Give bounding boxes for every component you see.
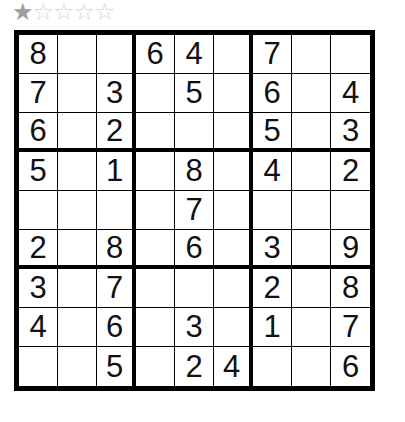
sudoku-cell[interactable] [331,35,370,74]
sudoku-cell[interactable] [97,191,136,230]
sudoku-cell[interactable] [253,191,292,230]
sudoku-cell[interactable]: 8 [175,152,214,191]
star-filled-icon: ★ [12,0,33,27]
sudoku-cell[interactable] [214,191,253,230]
sudoku-cell[interactable]: 3 [97,74,136,113]
sudoku-cell[interactable]: 4 [331,74,370,113]
sudoku-cell[interactable] [58,230,97,269]
sudoku-cell[interactable] [58,113,97,152]
sudoku-cell[interactable] [292,269,331,308]
sudoku-board: 8647735646253518427286393728463175246 [14,30,375,391]
star-empty-icon: ☆ [94,0,115,27]
sudoku-cell[interactable] [58,269,97,308]
sudoku-cell[interactable] [214,113,253,152]
sudoku-cell[interactable] [214,35,253,74]
sudoku-cell[interactable] [214,152,253,191]
sudoku-cell[interactable] [58,308,97,347]
sudoku-cell[interactable]: 8 [19,35,58,74]
sudoku-cell[interactable] [136,152,175,191]
sudoku-cell[interactable]: 2 [19,230,58,269]
sudoku-cell[interactable] [253,347,292,386]
star-empty-icon: ☆ [53,0,74,27]
sudoku-cell[interactable] [292,191,331,230]
sudoku-cell[interactable]: 2 [253,269,292,308]
sudoku-cell[interactable]: 8 [331,269,370,308]
sudoku-cell[interactable] [292,113,331,152]
sudoku-cell[interactable] [97,35,136,74]
sudoku-cell[interactable]: 4 [214,347,253,386]
sudoku-cell[interactable]: 7 [331,308,370,347]
sudoku-cell[interactable]: 9 [331,230,370,269]
sudoku-cell[interactable]: 1 [97,152,136,191]
sudoku-cell[interactable] [292,347,331,386]
sudoku-cell[interactable]: 6 [19,113,58,152]
sudoku-cell[interactable]: 5 [175,74,214,113]
sudoku-cell[interactable]: 7 [175,191,214,230]
sudoku-cell[interactable] [292,35,331,74]
sudoku-cell[interactable]: 2 [331,152,370,191]
sudoku-cell[interactable] [136,74,175,113]
sudoku-cell[interactable]: 7 [19,74,58,113]
sudoku-cell[interactable]: 3 [19,269,58,308]
sudoku-cell[interactable] [136,347,175,386]
sudoku-cell[interactable]: 4 [175,35,214,74]
sudoku-cell[interactable]: 5 [97,347,136,386]
sudoku-cell[interactable] [58,35,97,74]
sudoku-cell[interactable]: 5 [253,113,292,152]
sudoku-cell[interactable]: 8 [97,230,136,269]
sudoku-cell[interactable] [292,230,331,269]
sudoku-cell[interactable] [292,308,331,347]
sudoku-cell[interactable] [175,269,214,308]
sudoku-cell[interactable]: 4 [19,308,58,347]
sudoku-cell[interactable] [214,230,253,269]
sudoku-cell[interactable]: 6 [175,230,214,269]
star-empty-icon: ☆ [74,0,95,27]
sudoku-cell[interactable]: 2 [175,347,214,386]
sudoku-cell[interactable] [136,230,175,269]
sudoku-cell[interactable] [292,152,331,191]
star-empty-icon: ☆ [33,0,54,27]
sudoku-cell[interactable] [58,347,97,386]
sudoku-cell[interactable] [136,191,175,230]
sudoku-cell[interactable]: 1 [253,308,292,347]
sudoku-cell[interactable]: 6 [331,347,370,386]
sudoku-cell[interactable]: 4 [253,152,292,191]
sudoku-cell[interactable]: 3 [331,113,370,152]
sudoku-cell[interactable]: 7 [97,269,136,308]
sudoku-cell[interactable] [136,269,175,308]
sudoku-cell[interactable] [19,191,58,230]
sudoku-cell[interactable] [136,113,175,152]
sudoku-cell[interactable]: 3 [175,308,214,347]
sudoku-cell[interactable] [292,74,331,113]
sudoku-cell[interactable] [214,308,253,347]
sudoku-cell[interactable] [136,308,175,347]
sudoku-cell[interactable] [58,191,97,230]
sudoku-cell[interactable]: 6 [136,35,175,74]
sudoku-cell[interactable] [58,152,97,191]
sudoku-cell[interactable]: 3 [253,230,292,269]
sudoku-page: ★☆☆☆☆ 8647735646253518427286393728463175… [0,0,405,422]
sudoku-cell[interactable]: 5 [19,152,58,191]
sudoku-cell[interactable] [214,74,253,113]
sudoku-cell[interactable] [331,191,370,230]
difficulty-rating: ★☆☆☆☆ [12,0,115,27]
sudoku-cell[interactable]: 6 [253,74,292,113]
sudoku-cell[interactable]: 7 [253,35,292,74]
sudoku-cell[interactable]: 2 [97,113,136,152]
sudoku-cell[interactable] [175,113,214,152]
sudoku-cell[interactable]: 6 [97,308,136,347]
sudoku-cell[interactable] [19,347,58,386]
sudoku-cell[interactable] [214,269,253,308]
sudoku-cell[interactable] [58,74,97,113]
